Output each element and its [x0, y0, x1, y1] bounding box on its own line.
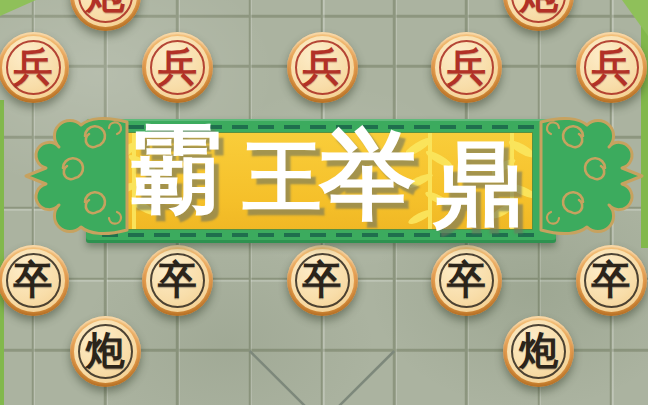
piece-glyph: 炮 — [86, 331, 125, 370]
piece-red-soldier-3[interactable]: 兵 — [287, 32, 358, 103]
piece-face: 卒 — [2, 249, 65, 312]
piece-black-soldier-4[interactable]: 卒 — [431, 245, 502, 316]
piece-face: 兵 — [291, 36, 354, 99]
piece-face: 卒 — [435, 249, 498, 312]
banner-char-ding: 鼎 — [423, 139, 533, 230]
piece-face: 兵 — [146, 36, 209, 99]
piece-glyph: 炮 — [519, 331, 558, 370]
backdrop-edge-left — [0, 100, 4, 405]
banner-char-ju: 举 — [313, 128, 423, 225]
piece-glyph: 卒 — [447, 260, 486, 299]
piece-glyph: 兵 — [592, 47, 631, 86]
piece-black-cannon-left[interactable]: 炮 — [70, 316, 141, 387]
piece-black-soldier-3[interactable]: 卒 — [287, 245, 358, 316]
piece-red-soldier-1[interactable]: 兵 — [0, 32, 69, 103]
piece-face: 炮 — [507, 0, 570, 27]
title-banner: 霸 王 举 鼎 — [86, 119, 556, 243]
piece-red-soldier-5[interactable]: 兵 — [576, 32, 647, 103]
piece-black-soldier-5[interactable]: 卒 — [576, 245, 647, 316]
piece-face: 兵 — [435, 36, 498, 99]
cloud-scroll-icon-left — [19, 110, 129, 242]
cloud-scroll-icon-right — [539, 110, 648, 242]
piece-glyph: 兵 — [158, 47, 197, 86]
piece-black-soldier-2[interactable]: 卒 — [142, 245, 213, 316]
game-screen: 炮炮兵兵兵兵兵卒卒卒卒卒炮炮 — [0, 0, 648, 405]
piece-black-soldier-1[interactable]: 卒 — [0, 245, 69, 316]
piece-face: 兵 — [580, 36, 643, 99]
piece-glyph: 卒 — [303, 260, 342, 299]
piece-face: 卒 — [146, 249, 209, 312]
piece-face: 兵 — [2, 36, 65, 99]
piece-face: 卒 — [580, 249, 643, 312]
piece-glyph: 卒 — [14, 260, 53, 299]
piece-red-soldier-4[interactable]: 兵 — [431, 32, 502, 103]
piece-face: 卒 — [291, 249, 354, 312]
piece-glyph: 兵 — [447, 47, 486, 86]
piece-red-soldier-2[interactable]: 兵 — [142, 32, 213, 103]
piece-glyph: 炮 — [86, 0, 125, 14]
piece-face: 炮 — [74, 0, 137, 27]
piece-black-cannon-right[interactable]: 炮 — [503, 316, 574, 387]
piece-glyph: 兵 — [14, 47, 53, 86]
piece-face: 炮 — [507, 320, 570, 383]
piece-glyph: 卒 — [592, 260, 631, 299]
piece-glyph: 卒 — [158, 260, 197, 299]
piece-glyph: 兵 — [303, 47, 342, 86]
piece-glyph: 炮 — [519, 0, 558, 14]
banner-char-ba: 霸 — [120, 123, 230, 218]
piece-face: 炮 — [74, 320, 137, 383]
